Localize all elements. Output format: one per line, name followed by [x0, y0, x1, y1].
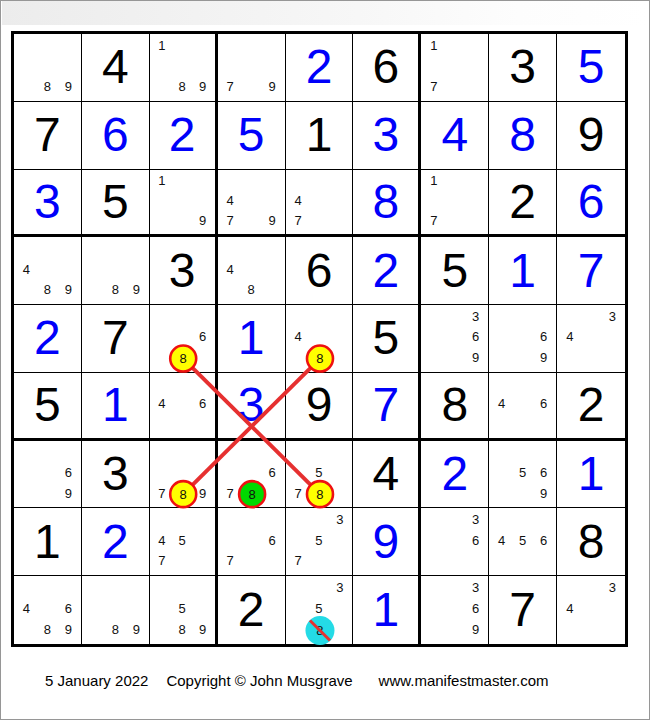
- candidate-1: 1: [152, 35, 172, 56]
- candidates: 569: [491, 442, 554, 504]
- candidate-6: 6: [192, 327, 212, 348]
- cell-r5c1[interactable]: 2: [14, 305, 82, 373]
- cell-r4c6[interactable]: 2: [353, 237, 421, 305]
- candidate-6: 6: [58, 598, 79, 619]
- candidates: 456: [491, 509, 554, 571]
- cell-r1c2[interactable]: 4: [82, 34, 150, 102]
- cell-r1c5[interactable]: 2: [286, 34, 354, 102]
- candidate-6: 6: [262, 530, 283, 551]
- candidate-6: 6: [533, 530, 554, 551]
- candidate-3: 3: [602, 577, 623, 598]
- footer-copyright: Copyright © John Musgrave: [166, 672, 352, 689]
- candidate-5: 5: [172, 598, 192, 619]
- solved-digit: 6: [82, 102, 149, 169]
- cell-r1c7[interactable]: 17: [421, 34, 489, 102]
- candidate-4: 4: [152, 394, 172, 414]
- cell-r6c6[interactable]: 7: [353, 373, 421, 441]
- given-digit: 4: [82, 34, 149, 101]
- solved-digit: 6: [557, 170, 625, 235]
- candidate-6: 6: [465, 327, 486, 348]
- cell-r3c1[interactable]: 3: [14, 170, 82, 238]
- candidate-1: 1: [423, 171, 444, 191]
- cell-r7c3[interactable]: 789: [150, 441, 218, 509]
- candidates: 69: [491, 306, 554, 368]
- given-digit: 5: [14, 373, 81, 438]
- candidates: 457: [152, 509, 213, 571]
- candidate-9: 9: [58, 619, 79, 640]
- candidate-9: 9: [58, 280, 79, 301]
- cell-r4c8[interactable]: 1: [489, 237, 557, 305]
- sudoku-board: 8941897926173576251348935194794781726489…: [11, 31, 628, 647]
- given-digit: 7: [14, 102, 81, 169]
- cell-r4c2[interactable]: 89: [82, 237, 150, 305]
- cell-r3c2[interactable]: 5: [82, 170, 150, 238]
- candidate-7: 7: [220, 76, 241, 97]
- candidate-1: 1: [423, 35, 444, 56]
- cell-r8c2[interactable]: 2: [82, 508, 150, 576]
- candidates: 479: [220, 171, 283, 231]
- candidate-8: 8: [37, 76, 58, 97]
- candidate-7: 7: [423, 76, 444, 97]
- candidate-6: 6: [58, 462, 79, 483]
- cell-r4c1[interactable]: 489: [14, 237, 82, 305]
- given-digit: 3: [150, 237, 215, 304]
- candidates: 369: [423, 577, 486, 640]
- solved-digit: 1: [489, 237, 556, 304]
- cell-r8c6[interactable]: 9: [353, 508, 421, 576]
- cell-r8c7[interactable]: 36: [421, 508, 489, 576]
- candidate-6: 6: [533, 462, 554, 483]
- candidate-3: 3: [329, 509, 350, 530]
- cell-r7c4[interactable]: 678: [218, 441, 286, 509]
- candidate-8: 8: [105, 280, 126, 301]
- top-strip: [2, 1, 649, 25]
- solved-digit: 2: [421, 441, 488, 508]
- candidate-7: 7: [220, 483, 241, 504]
- cell-r4c3[interactable]: 3: [150, 237, 218, 305]
- candidates: 358: [288, 577, 351, 640]
- candidate-7: 7: [288, 210, 309, 230]
- cell-r7c7[interactable]: 2: [421, 441, 489, 509]
- candidate-5: 5: [309, 462, 330, 483]
- cell-r9c4[interactable]: 2: [218, 576, 286, 644]
- cell-r9c1[interactable]: 4689: [14, 576, 82, 644]
- candidate-8: 8: [241, 280, 262, 301]
- candidate-8: 8: [309, 619, 330, 640]
- candidate-8: 8: [241, 483, 262, 504]
- cell-r8c9[interactable]: 8: [557, 508, 625, 576]
- candidate-9: 9: [262, 76, 283, 97]
- cell-r2c4[interactable]: 5: [218, 102, 286, 170]
- cell-r9c5[interactable]: 358: [286, 576, 354, 644]
- candidate-4: 4: [16, 598, 37, 619]
- cell-r9c9[interactable]: 34: [557, 576, 625, 644]
- candidate-4: 4: [491, 530, 512, 551]
- cell-r5c8[interactable]: 69: [489, 305, 557, 373]
- candidates: 46: [152, 374, 213, 434]
- cell-r7c1[interactable]: 69: [14, 441, 82, 509]
- candidate-4: 4: [220, 259, 241, 280]
- candidate-7: 7: [220, 551, 241, 572]
- candidates: 789: [152, 442, 213, 504]
- candidates: 89: [16, 35, 79, 97]
- cell-r8c4[interactable]: 67: [218, 508, 286, 576]
- candidates: 67: [220, 509, 283, 571]
- candidates: 4689: [16, 577, 79, 640]
- solved-digit: 3: [353, 102, 418, 169]
- cell-r5c2[interactable]: 7: [82, 305, 150, 373]
- candidate-7: 7: [152, 551, 172, 572]
- cell-r4c4[interactable]: 48: [218, 237, 286, 305]
- candidate-6: 6: [192, 394, 212, 414]
- solved-digit: 4: [421, 102, 488, 169]
- candidate-9: 9: [262, 210, 283, 230]
- given-digit: 2: [218, 576, 285, 644]
- candidate-8: 8: [172, 347, 192, 368]
- candidate-9: 9: [126, 280, 147, 301]
- candidate-7: 7: [288, 551, 309, 572]
- given-digit: 6: [286, 237, 353, 304]
- cell-r3c5[interactable]: 47: [286, 170, 354, 238]
- given-digit: 3: [82, 441, 149, 508]
- solved-digit: 7: [557, 237, 625, 304]
- given-digit: 9: [286, 373, 353, 438]
- candidates: 578: [288, 442, 351, 504]
- candidate-9: 9: [192, 619, 212, 640]
- given-digit: 8: [421, 373, 488, 438]
- candidates: 489: [16, 238, 79, 300]
- given-digit: 6: [353, 34, 418, 101]
- cell-r5c4[interactable]: 1: [218, 305, 286, 373]
- page: 8941897926173576251348935194794781726489…: [0, 0, 650, 720]
- candidates: 47: [288, 171, 351, 231]
- cell-r3c6[interactable]: 8: [353, 170, 421, 238]
- candidates: 89: [84, 238, 147, 300]
- cell-r7c8[interactable]: 569: [489, 441, 557, 509]
- candidate-8: 8: [105, 619, 126, 640]
- candidates: 34: [559, 577, 623, 640]
- cell-r6c1[interactable]: 5: [14, 373, 82, 441]
- candidate-9: 9: [192, 210, 212, 230]
- cell-r5c9[interactable]: 34: [557, 305, 625, 373]
- footer: 5 January 2022Copyright © John Musgravew…: [45, 672, 549, 689]
- cell-r3c4[interactable]: 479: [218, 170, 286, 238]
- candidates: 357: [288, 509, 351, 571]
- given-digit: 2: [557, 373, 625, 438]
- solved-digit: 7: [353, 373, 418, 438]
- solved-digit: 1: [353, 576, 418, 644]
- candidate-9: 9: [533, 347, 554, 368]
- cell-r6c8[interactable]: 46: [489, 373, 557, 441]
- candidate-9: 9: [58, 76, 79, 97]
- candidate-1: 1: [152, 171, 172, 191]
- candidate-7: 7: [423, 210, 444, 230]
- candidate-5: 5: [309, 598, 330, 619]
- cell-r2c9[interactable]: 9: [557, 102, 625, 170]
- solved-digit: 3: [218, 373, 285, 438]
- cell-r8c8[interactable]: 456: [489, 508, 557, 576]
- candidates: 369: [423, 306, 486, 368]
- cell-r2c5[interactable]: 1: [286, 102, 354, 170]
- candidate-4: 4: [559, 598, 580, 619]
- candidates: 17: [423, 171, 486, 231]
- footer-website: www.manifestmaster.com: [379, 672, 549, 689]
- cell-r2c7[interactable]: 4: [421, 102, 489, 170]
- cell-r3c8[interactable]: 2: [489, 170, 557, 238]
- candidates: 79: [220, 35, 283, 97]
- candidate-8: 8: [37, 619, 58, 640]
- candidate-5: 5: [172, 530, 192, 551]
- candidate-3: 3: [465, 509, 486, 530]
- given-digit: 7: [82, 305, 149, 372]
- cell-r1c8[interactable]: 3: [489, 34, 557, 102]
- cell-r5c3[interactable]: 68: [150, 305, 218, 373]
- solved-digit: 2: [14, 305, 81, 372]
- candidate-4: 4: [288, 327, 309, 348]
- candidate-3: 3: [329, 577, 350, 598]
- candidates: 48: [288, 306, 351, 368]
- cell-r1c6[interactable]: 6: [353, 34, 421, 102]
- given-digit: 2: [489, 170, 556, 235]
- solved-digit: 8: [489, 102, 556, 169]
- footer-date: 5 January 2022: [45, 672, 148, 689]
- candidates: 89: [84, 577, 147, 640]
- candidate-4: 4: [220, 190, 241, 210]
- cell-r1c9[interactable]: 5: [557, 34, 625, 102]
- candidate-8: 8: [172, 619, 192, 640]
- cell-r7c9[interactable]: 1: [557, 441, 625, 509]
- candidate-9: 9: [465, 347, 486, 368]
- given-digit: 4: [353, 441, 418, 508]
- cell-r2c1[interactable]: 7: [14, 102, 82, 170]
- cell-r1c1[interactable]: 89: [14, 34, 82, 102]
- candidate-4: 4: [559, 327, 580, 348]
- cell-r2c3[interactable]: 2: [150, 102, 218, 170]
- given-digit: 1: [286, 102, 353, 169]
- candidates: 68: [152, 306, 213, 368]
- given-digit: 5: [421, 237, 488, 304]
- cell-r9c8[interactable]: 7: [489, 576, 557, 644]
- cell-r8c5[interactable]: 357: [286, 508, 354, 576]
- candidate-6: 6: [533, 394, 554, 414]
- candidate-4: 4: [16, 259, 37, 280]
- solved-digit: 5: [557, 34, 625, 101]
- candidate-4: 4: [152, 530, 172, 551]
- cell-r6c2[interactable]: 1: [82, 373, 150, 441]
- cell-r4c5[interactable]: 6: [286, 237, 354, 305]
- cell-r8c3[interactable]: 457: [150, 508, 218, 576]
- candidate-9: 9: [58, 483, 79, 504]
- given-digit: 9: [557, 102, 625, 169]
- candidates: 19: [152, 171, 213, 231]
- candidate-6: 6: [465, 598, 486, 619]
- cell-r9c3[interactable]: 589: [150, 576, 218, 644]
- candidate-7: 7: [220, 210, 241, 230]
- solved-digit: 5: [218, 102, 285, 169]
- cell-r1c3[interactable]: 189: [150, 34, 218, 102]
- given-digit: 5: [353, 305, 418, 372]
- cell-r5c7[interactable]: 369: [421, 305, 489, 373]
- cell-r6c4[interactable]: 3: [218, 373, 286, 441]
- candidate-5: 5: [512, 462, 533, 483]
- cell-r6c7[interactable]: 8: [421, 373, 489, 441]
- candidates: 189: [152, 35, 213, 97]
- cell-r2c2[interactable]: 6: [82, 102, 150, 170]
- candidate-6: 6: [465, 530, 486, 551]
- candidate-9: 9: [465, 619, 486, 640]
- candidate-5: 5: [512, 530, 533, 551]
- given-digit: 5: [82, 170, 149, 235]
- candidate-3: 3: [465, 577, 486, 598]
- cell-r1c4[interactable]: 79: [218, 34, 286, 102]
- candidates: 48: [220, 238, 283, 300]
- candidates: 69: [16, 442, 79, 504]
- solved-digit: 1: [82, 373, 149, 438]
- cell-r3c3[interactable]: 19: [150, 170, 218, 238]
- cell-r4c7[interactable]: 5: [421, 237, 489, 305]
- candidate-3: 3: [465, 306, 486, 327]
- cell-r9c6[interactable]: 1: [353, 576, 421, 644]
- candidate-6: 6: [262, 462, 283, 483]
- solved-digit: 2: [286, 34, 353, 101]
- candidate-9: 9: [533, 483, 554, 504]
- cell-r7c6[interactable]: 4: [353, 441, 421, 509]
- candidates: 36: [423, 509, 486, 571]
- cell-r2c6[interactable]: 3: [353, 102, 421, 170]
- candidates: 678: [220, 442, 283, 504]
- candidate-5: 5: [309, 530, 330, 551]
- solved-digit: 9: [353, 508, 418, 575]
- candidate-9: 9: [192, 483, 212, 504]
- candidate-7: 7: [288, 483, 309, 504]
- cell-r9c2[interactable]: 89: [82, 576, 150, 644]
- cell-r2c8[interactable]: 8: [489, 102, 557, 170]
- solved-digit: 2: [353, 237, 418, 304]
- cell-r6c3[interactable]: 46: [150, 373, 218, 441]
- candidate-8: 8: [37, 280, 58, 301]
- candidates: 589: [152, 577, 213, 640]
- solved-digit: 2: [82, 508, 149, 575]
- cell-r3c9[interactable]: 6: [557, 170, 625, 238]
- given-digit: 1: [14, 508, 81, 575]
- solved-digit: 1: [218, 305, 285, 372]
- candidate-8: 8: [309, 483, 330, 504]
- given-digit: 3: [489, 34, 556, 101]
- solved-digit: 8: [353, 170, 418, 235]
- candidates: 34: [559, 306, 623, 368]
- candidate-8: 8: [172, 483, 192, 504]
- cell-r8c1[interactable]: 1: [14, 508, 82, 576]
- candidates: 46: [491, 374, 554, 434]
- solved-digit: 2: [150, 102, 215, 169]
- candidate-6: 6: [533, 327, 554, 348]
- candidate-3: 3: [602, 306, 623, 327]
- cell-r3c7[interactable]: 17: [421, 170, 489, 238]
- solved-digit: 3: [14, 170, 81, 235]
- cell-r9c7[interactable]: 369: [421, 576, 489, 644]
- cell-r5c6[interactable]: 5: [353, 305, 421, 373]
- candidate-9: 9: [126, 619, 147, 640]
- candidate-9: 9: [192, 76, 212, 97]
- candidates: 17: [423, 35, 486, 97]
- given-digit: 7: [489, 576, 556, 644]
- cell-r7c5[interactable]: 578: [286, 441, 354, 509]
- candidate-8: 8: [309, 347, 330, 368]
- cell-r6c5[interactable]: 9: [286, 373, 354, 441]
- candidate-4: 4: [491, 394, 512, 414]
- cell-r6c9[interactable]: 2: [557, 373, 625, 441]
- cell-r7c2[interactable]: 3: [82, 441, 150, 509]
- cell-r4c9[interactable]: 7: [557, 237, 625, 305]
- candidate-7: 7: [152, 483, 172, 504]
- candidate-4: 4: [288, 190, 309, 210]
- given-digit: 8: [557, 508, 625, 575]
- solved-digit: 1: [557, 441, 625, 508]
- candidate-8: 8: [172, 76, 192, 97]
- cell-r5c5[interactable]: 48: [286, 305, 354, 373]
